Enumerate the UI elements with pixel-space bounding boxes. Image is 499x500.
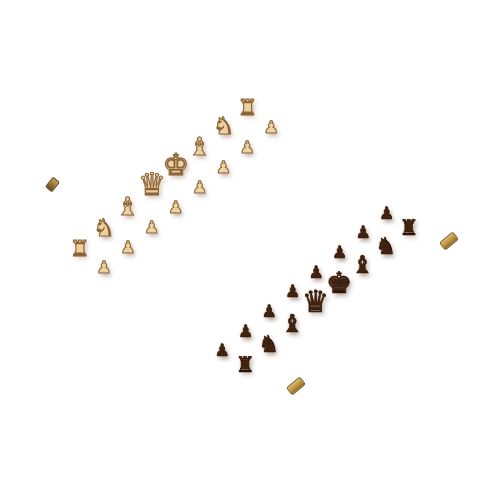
piece-black-pawn-b7[interactable]: ♟ [236, 323, 256, 340]
piece-black-rook-h8[interactable]: ♜ [396, 217, 422, 239]
square-a4[interactable] [129, 290, 176, 326]
square-g3[interactable] [247, 155, 294, 192]
piece-white-pawn-e2[interactable]: ♟ [189, 179, 210, 196]
square-e4[interactable] [223, 211, 270, 247]
piece-black-rook-a8[interactable]: ♜ [232, 354, 258, 376]
piece-white-pawn-f2[interactable]: ♟ [213, 159, 234, 176]
square-c4[interactable] [176, 251, 223, 287]
square-h4[interactable] [294, 152, 340, 189]
piece-white-rook-h1[interactable]: ♜ [234, 97, 260, 119]
piece-white-pawn-g2[interactable]: ♟ [237, 139, 258, 156]
square-d3[interactable] [176, 214, 223, 251]
square-b3[interactable] [129, 254, 176, 290]
piece-black-pawn-a7[interactable]: ♟ [212, 342, 232, 359]
piece-white-pawn-b2[interactable]: ♟ [118, 239, 139, 256]
square-e3[interactable] [200, 194, 247, 231]
square-f5[interactable] [270, 209, 316, 245]
square-b4[interactable] [153, 270, 200, 306]
square-a3[interactable] [105, 274, 152, 310]
square-g5[interactable] [293, 189, 339, 225]
square-d4[interactable] [200, 231, 247, 267]
square-h3[interactable] [271, 135, 318, 172]
piece-white-pawn-c2[interactable]: ♟ [142, 219, 163, 236]
square-e5[interactable] [246, 228, 292, 264]
square-h5[interactable] [317, 169, 363, 205]
square-b5[interactable] [176, 287, 223, 323]
piece-black-pawn-h7[interactable]: ♟ [376, 205, 396, 222]
piece-black-knight-b8[interactable]: ♞ [255, 333, 283, 356]
brass-latch-right [439, 231, 459, 250]
piece-white-knight-b1[interactable]: ♞ [90, 216, 119, 240]
piece-white-pawn-a2[interactable]: ♟ [94, 259, 115, 276]
brass-latch-front [286, 376, 306, 395]
piece-black-pawn-c7[interactable]: ♟ [259, 303, 279, 320]
piece-white-rook-a1[interactable]: ♜ [67, 237, 94, 259]
square-c3[interactable] [153, 234, 200, 270]
brass-hinge-left [45, 177, 60, 193]
piece-black-pawn-g7[interactable]: ♟ [353, 224, 373, 241]
square-c5[interactable] [200, 267, 247, 303]
square-d5[interactable] [223, 248, 269, 284]
square-a5[interactable] [153, 307, 200, 343]
square-f3[interactable] [224, 175, 271, 212]
square-f4[interactable] [247, 192, 294, 228]
piece-white-pawn-d2[interactable]: ♟ [165, 199, 186, 216]
piece-white-pawn-h2[interactable]: ♟ [261, 119, 282, 136]
chess-set-photo: ♜♞♝♛♚♝♞♜♟♟♟♟♟♟♟♟♟♟♟♟♟♟♟♟♜♞♝♛♚♝♞♜ [0, 0, 499, 500]
square-g4[interactable] [270, 172, 316, 208]
